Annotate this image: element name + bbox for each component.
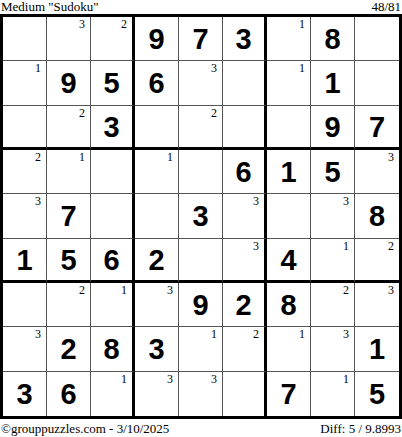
cell-r9c8[interactable]: 1 [311, 372, 355, 416]
cell-r6c9[interactable]: 2 [355, 239, 399, 283]
pencil-mark: 2 [253, 327, 259, 341]
cell-r5c2[interactable]: 7 [47, 194, 91, 238]
cell-r5c5[interactable]: 3 [179, 194, 223, 238]
cell-value: 3 [192, 202, 208, 231]
cell-r4c6[interactable]: 6 [223, 150, 267, 194]
cell-r4c5[interactable] [179, 150, 223, 194]
cell-r7c4[interactable]: 3 [135, 283, 179, 327]
pencil-mark: 3 [35, 327, 41, 341]
cell-value: 2 [60, 335, 76, 364]
cell-r3c9[interactable]: 7 [355, 106, 399, 150]
cell-r4c3[interactable] [91, 150, 135, 194]
cell-value: 5 [369, 380, 385, 409]
progress-counter: 48/81 [371, 0, 401, 14]
cell-r8c2[interactable]: 2 [47, 327, 91, 371]
footer: ©grouppuzzles.com - 3/10/2025 Diff: 5 / … [0, 419, 402, 437]
puzzle-title: Medium "Sudoku" [1, 0, 99, 14]
cell-r9c7[interactable]: 7 [267, 372, 311, 416]
pencil-mark: 1 [121, 372, 127, 386]
cell-r1c8[interactable]: 8 [311, 17, 355, 61]
cell-r6c6[interactable]: 3 [223, 239, 267, 283]
cell-r8c6[interactable]: 2 [223, 327, 267, 371]
cell-value: 9 [324, 113, 340, 142]
pencil-mark: 1 [121, 283, 127, 297]
cell-value: 1 [324, 69, 340, 98]
pencil-mark: 2 [79, 106, 85, 120]
cell-value: 5 [60, 246, 76, 275]
difficulty-text: Diff: 5 / 9.8993 [320, 422, 401, 436]
cell-r1c7[interactable]: 1 [267, 17, 311, 61]
cell-r5c9[interactable]: 8 [355, 194, 399, 238]
cell-r1c3[interactable]: 2 [91, 17, 135, 61]
pencil-mark: 1 [299, 61, 305, 75]
cell-r2c2[interactable]: 9 [47, 61, 91, 105]
cell-r1c2[interactable]: 3 [47, 17, 91, 61]
cell-r4c9[interactable]: 3 [355, 150, 399, 194]
cell-r1c5[interactable]: 7 [179, 17, 223, 61]
cell-r3c8[interactable]: 9 [311, 106, 355, 150]
cell-r4c8[interactable]: 5 [311, 150, 355, 194]
cell-r9c1[interactable]: 3 [3, 372, 47, 416]
cell-r9c3[interactable]: 1 [91, 372, 135, 416]
cell-r2c9[interactable] [355, 61, 399, 105]
pencil-mark: 3 [388, 283, 394, 297]
pencil-mark: 2 [211, 106, 217, 120]
cell-r6c4[interactable]: 2 [135, 239, 179, 283]
pencil-mark: 3 [167, 372, 173, 386]
pencil-mark: 1 [35, 61, 41, 75]
cell-r9c9[interactable]: 5 [355, 372, 399, 416]
cell-value: 6 [60, 380, 76, 409]
cell-r9c4[interactable]: 3 [135, 372, 179, 416]
cell-value: 5 [103, 69, 119, 98]
cell-r4c2[interactable]: 1 [47, 150, 91, 194]
cell-value: 8 [324, 25, 340, 54]
cell-value: 7 [60, 202, 76, 231]
cell-value: 7 [280, 380, 296, 409]
pencil-mark: 2 [121, 17, 127, 31]
cell-r1c4[interactable]: 9 [135, 17, 179, 61]
cell-r3c5[interactable]: 2 [179, 106, 223, 150]
cell-r8c3[interactable]: 8 [91, 327, 135, 371]
copyright-text: ©grouppuzzles.com - 3/10/2025 [1, 422, 169, 436]
cell-r7c8[interactable]: 2 [311, 283, 355, 327]
cell-r2c1[interactable]: 1 [3, 61, 47, 105]
cell-value: 3 [103, 113, 119, 142]
cell-r7c9[interactable]: 3 [355, 283, 399, 327]
cell-r3c6[interactable] [223, 106, 267, 150]
cell-r2c7[interactable]: 1 [267, 61, 311, 105]
pencil-mark: 3 [35, 194, 41, 208]
cell-value: 9 [192, 291, 208, 320]
cell-r8c8[interactable]: 3 [311, 327, 355, 371]
cell-r7c5[interactable]: 9 [179, 283, 223, 327]
pencil-mark: 2 [343, 283, 349, 297]
header: Medium "Sudoku" 48/81 [0, 0, 402, 14]
cell-r8c9[interactable]: 1 [355, 327, 399, 371]
cell-value: 1 [369, 335, 385, 364]
cell-r8c1[interactable]: 3 [3, 327, 47, 371]
pencil-mark: 3 [211, 61, 217, 75]
cell-value: 1 [16, 246, 32, 275]
cell-r5c4[interactable] [135, 194, 179, 238]
cell-value: 8 [369, 202, 385, 231]
cell-value: 8 [280, 291, 296, 320]
cell-r7c2[interactable]: 2 [47, 283, 91, 327]
cell-r6c8[interactable]: 1 [311, 239, 355, 283]
pencil-mark: 2 [79, 283, 85, 297]
pencil-mark: 1 [299, 327, 305, 341]
cell-r3c1[interactable] [3, 106, 47, 150]
cell-r6c2[interactable]: 5 [47, 239, 91, 283]
cell-r1c9[interactable] [355, 17, 399, 61]
cell-value: 6 [148, 69, 164, 98]
cell-r3c3[interactable]: 3 [91, 106, 135, 150]
cell-value: 9 [148, 25, 164, 54]
cell-r1c1[interactable] [3, 17, 47, 61]
cell-r7c1[interactable] [3, 283, 47, 327]
cell-r4c7[interactable]: 1 [267, 150, 311, 194]
pencil-mark: 1 [299, 17, 305, 31]
cell-r7c6[interactable]: 2 [223, 283, 267, 327]
cell-value: 3 [16, 380, 32, 409]
cell-r7c3[interactable]: 1 [91, 283, 135, 327]
pencil-mark: 1 [79, 150, 85, 164]
cell-r2c4[interactable]: 6 [135, 61, 179, 105]
cell-r2c5[interactable]: 3 [179, 61, 223, 105]
cell-r3c2[interactable]: 2 [47, 106, 91, 150]
cell-r5c8[interactable]: 3 [311, 194, 355, 238]
cell-value: 7 [369, 113, 385, 142]
cell-r9c6[interactable] [223, 372, 267, 416]
pencil-mark: 1 [167, 150, 173, 164]
pencil-mark: 3 [253, 239, 259, 253]
cell-r5c3[interactable] [91, 194, 135, 238]
cell-r5c7[interactable] [267, 194, 311, 238]
cell-r6c1[interactable]: 1 [3, 239, 47, 283]
cell-r2c8[interactable]: 1 [311, 61, 355, 105]
cell-value: 8 [103, 335, 119, 364]
cell-r5c6[interactable]: 3 [223, 194, 267, 238]
sudoku-board: 3297318195631123297211615337333815623412… [0, 14, 402, 419]
pencil-mark: 3 [343, 194, 349, 208]
cell-r6c3[interactable]: 6 [91, 239, 135, 283]
pencil-mark: 2 [35, 150, 41, 164]
cell-r4c4[interactable]: 1 [135, 150, 179, 194]
cell-r2c3[interactable]: 5 [91, 61, 135, 105]
cell-value: 9 [60, 69, 76, 98]
cell-r8c7[interactable]: 1 [267, 327, 311, 371]
cell-r9c2[interactable]: 6 [47, 372, 91, 416]
cell-value: 5 [324, 158, 340, 187]
cell-value: 2 [235, 291, 251, 320]
pencil-mark: 1 [343, 239, 349, 253]
cell-value: 6 [235, 158, 251, 187]
cell-r3c4[interactable] [135, 106, 179, 150]
pencil-mark: 3 [79, 17, 85, 31]
pencil-mark: 1 [343, 372, 349, 386]
cell-value: 2 [148, 246, 164, 275]
cell-value: 6 [103, 246, 119, 275]
cell-r4c1[interactable]: 2 [3, 150, 47, 194]
pencil-mark: 1 [211, 327, 217, 341]
pencil-mark: 3 [388, 150, 394, 164]
cell-r6c7[interactable]: 4 [267, 239, 311, 283]
cell-value: 7 [192, 25, 208, 54]
cell-r2c6[interactable] [223, 61, 267, 105]
cell-r8c4[interactable]: 3 [135, 327, 179, 371]
cell-value: 3 [235, 25, 251, 54]
cell-r6c5[interactable] [179, 239, 223, 283]
pencil-mark: 3 [211, 372, 217, 386]
cell-r7c7[interactable]: 8 [267, 283, 311, 327]
cell-value: 3 [148, 335, 164, 364]
pencil-mark: 2 [388, 239, 394, 253]
cell-value: 1 [280, 158, 296, 187]
cell-r9c5[interactable]: 3 [179, 372, 223, 416]
pencil-mark: 3 [253, 194, 259, 208]
pencil-mark: 3 [167, 283, 173, 297]
cell-r5c1[interactable]: 3 [3, 194, 47, 238]
cell-r8c5[interactable]: 1 [179, 327, 223, 371]
pencil-mark: 3 [343, 327, 349, 341]
cell-r3c7[interactable] [267, 106, 311, 150]
cell-r1c6[interactable]: 3 [223, 17, 267, 61]
cell-value: 4 [280, 246, 296, 275]
